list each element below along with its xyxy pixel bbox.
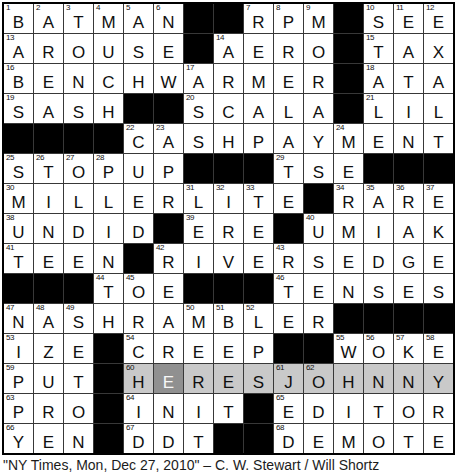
cell-letter: R: [154, 253, 183, 273]
cell-r2c5[interactable]: S: [124, 34, 153, 63]
cell-r3c7[interactable]: 17A: [184, 64, 213, 93]
cell-r13c6[interactable]: E: [154, 364, 183, 393]
cell-letter: E: [274, 193, 303, 213]
cell-r1c5[interactable]: 5A: [124, 4, 153, 33]
cell-r6c1[interactable]: 25S: [4, 154, 33, 183]
cell-letter: A: [34, 103, 63, 123]
cell-r15c12[interactable]: M: [334, 424, 363, 453]
cell-letter: E: [124, 193, 153, 213]
cell-letter: D: [64, 223, 93, 243]
cell-letter: R: [184, 373, 213, 393]
cell-letter: L: [244, 313, 273, 333]
cell-r2c14[interactable]: A: [394, 34, 423, 63]
cell-r15c1[interactable]: 66Y: [4, 424, 33, 453]
cell-letter: R: [424, 403, 453, 423]
cell-r3c8[interactable]: R: [214, 64, 243, 93]
cell-r13c14[interactable]: N: [394, 364, 423, 393]
cell-r9c8[interactable]: V: [214, 244, 243, 273]
cell-r1c13[interactable]: 10S: [364, 4, 393, 33]
cell-r12c7[interactable]: E: [184, 334, 213, 363]
cell-r9c5-block: [124, 244, 153, 273]
cell-r10c6[interactable]: E: [154, 274, 183, 303]
clue-number-31: 31: [186, 183, 194, 193]
cell-r3c5[interactable]: H: [124, 64, 153, 93]
cell-letter: T: [4, 253, 33, 273]
cell-r5c8[interactable]: H: [214, 124, 243, 153]
cell-r9c12[interactable]: E: [334, 244, 363, 273]
cell-r1c6[interactable]: 6N: [154, 4, 183, 33]
cell-r6c5[interactable]: U: [124, 154, 153, 183]
clue-number-27: 27: [66, 153, 74, 163]
cell-r12c3[interactable]: E: [64, 334, 93, 363]
cell-r1c1[interactable]: 1B: [4, 4, 33, 33]
cell-r15c5[interactable]: 67D: [124, 424, 153, 453]
cell-r14c7[interactable]: I: [184, 394, 213, 423]
cell-letter: N: [364, 373, 393, 393]
cell-r4c10[interactable]: L: [274, 94, 303, 123]
cell-letter: R: [334, 193, 363, 213]
cell-r15c14[interactable]: T: [394, 424, 423, 453]
clue-number-23: 23: [156, 123, 164, 133]
cell-letter: M: [304, 13, 333, 33]
cell-letter: R: [394, 193, 423, 213]
cell-r15c15[interactable]: E: [424, 424, 453, 453]
cell-r9c3[interactable]: E: [64, 244, 93, 273]
cell-r11c11[interactable]: R: [304, 304, 333, 333]
cell-letter: A: [304, 103, 333, 123]
cell-r3c15[interactable]: A: [424, 64, 453, 93]
cell-r13c9[interactable]: S: [244, 364, 273, 393]
cell-r1c14[interactable]: 11E: [394, 4, 423, 33]
cell-r11c8[interactable]: 51B: [214, 304, 243, 333]
cell-letter: M: [244, 73, 273, 93]
cell-r11c1[interactable]: 47N: [4, 304, 33, 333]
cell-letter: L: [64, 193, 93, 213]
cell-r13c8[interactable]: E: [214, 364, 243, 393]
cell-r8c8[interactable]: R: [214, 214, 243, 243]
cell-r14c11[interactable]: D: [304, 394, 333, 423]
cell-r10c15[interactable]: S: [424, 274, 453, 303]
cell-letter: D: [154, 433, 183, 453]
cell-r3c13[interactable]: 18A: [364, 64, 393, 93]
cell-r9c9[interactable]: E: [244, 244, 273, 273]
cell-r15c10[interactable]: 68D: [274, 424, 303, 453]
cell-r12c15[interactable]: 58E: [424, 334, 453, 363]
cell-letter: I: [124, 403, 153, 423]
cell-letter: P: [4, 403, 33, 423]
cell-letter: S: [4, 103, 33, 123]
cell-r7c13[interactable]: 35A: [364, 184, 393, 213]
cell-r8c12[interactable]: M: [334, 214, 363, 243]
cell-r1c4[interactable]: 4M: [94, 4, 123, 33]
cell-r11c13-block: [364, 304, 393, 333]
cell-r10c7-block: [184, 274, 213, 303]
cell-r10c1-block: [4, 274, 33, 303]
cell-r9c6[interactable]: 42R: [154, 244, 183, 273]
cell-letter: N: [64, 433, 93, 453]
cell-r3c6[interactable]: W: [154, 64, 183, 93]
clue-number-62: 62: [306, 363, 314, 373]
clue-number-25: 25: [6, 153, 14, 163]
cell-r2c12-block: [334, 34, 363, 63]
clue-number-24: 24: [336, 123, 344, 133]
cell-r7c9[interactable]: 33T: [244, 184, 273, 213]
cell-r2c6[interactable]: E: [154, 34, 183, 63]
cell-r6c4[interactable]: 28P: [94, 154, 123, 183]
cell-r6c8-block: [214, 154, 243, 183]
cell-letter: E: [274, 313, 303, 333]
cell-letter: T: [244, 193, 273, 213]
cell-r8c1[interactable]: 38U: [4, 214, 33, 243]
cell-r4c2[interactable]: A: [34, 94, 63, 123]
cell-r6c13-block: [364, 154, 393, 183]
cell-r2c10[interactable]: R: [274, 34, 303, 63]
cell-r9c10[interactable]: 43R: [274, 244, 303, 273]
cell-letter: E: [394, 283, 423, 303]
clue-number-58: 58: [426, 333, 434, 343]
cell-r4c9[interactable]: A: [244, 94, 273, 123]
cell-r8c11[interactable]: 40U: [304, 214, 333, 243]
cell-r13c12[interactable]: H: [334, 364, 363, 393]
cell-r10c14[interactable]: E: [394, 274, 423, 303]
cell-r7c1[interactable]: 30M: [4, 184, 33, 213]
cell-letter: A: [274, 133, 303, 153]
cell-r12c9[interactable]: P: [244, 334, 273, 363]
cell-letter: E: [424, 193, 453, 213]
cell-r8c2[interactable]: N: [34, 214, 63, 243]
cell-r3c14[interactable]: T: [394, 64, 423, 93]
cell-r6c10[interactable]: 29T: [274, 154, 303, 183]
cell-r1c3[interactable]: 3T: [64, 4, 93, 33]
cell-letter: E: [424, 253, 453, 273]
cell-r4c4[interactable]: H: [94, 94, 123, 123]
cell-r9c2[interactable]: E: [34, 244, 63, 273]
clue-number-44: 44: [96, 273, 104, 283]
cell-r4c14[interactable]: I: [394, 94, 423, 123]
clue-number-54: 54: [126, 333, 134, 343]
cell-r15c3[interactable]: N: [64, 424, 93, 453]
cell-r13c15[interactable]: Y: [424, 364, 453, 393]
cell-r9c11[interactable]: S: [304, 244, 333, 273]
cell-r3c11[interactable]: R: [304, 64, 333, 93]
cell-letter: W: [154, 73, 183, 93]
cell-r8c15[interactable]: K: [424, 214, 453, 243]
cell-letter: B: [4, 13, 33, 33]
clue-number-37: 37: [426, 183, 434, 193]
cell-r10c3-block: [64, 274, 93, 303]
cell-r8c9[interactable]: E: [244, 214, 273, 243]
clue-number-22: 22: [126, 123, 134, 133]
cell-r4c15[interactable]: L: [424, 94, 453, 123]
cell-r14c3[interactable]: O: [64, 394, 93, 423]
cell-r10c9-block: [244, 274, 273, 303]
clue-number-59: 59: [6, 363, 14, 373]
cell-letter: E: [154, 283, 183, 303]
cell-r13c10[interactable]: 61J: [274, 364, 303, 393]
cell-r4c3[interactable]: S: [64, 94, 93, 123]
cell-r12c2[interactable]: Z: [34, 334, 63, 363]
cell-r6c6[interactable]: P: [154, 154, 183, 183]
cell-r12c8[interactable]: E: [214, 334, 243, 363]
cell-letter: E: [304, 283, 333, 303]
cell-r14c14[interactable]: O: [394, 394, 423, 423]
cell-r6c12[interactable]: E: [334, 154, 363, 183]
cell-r5c6[interactable]: 23A: [154, 124, 183, 153]
cell-r2c11[interactable]: O: [304, 34, 333, 63]
cell-letter: G: [394, 253, 423, 273]
cell-r2c8[interactable]: 14A: [214, 34, 243, 63]
cell-r9c14[interactable]: G: [394, 244, 423, 273]
cell-r12c12[interactable]: 55W: [334, 334, 363, 363]
cell-r5c15[interactable]: T: [424, 124, 453, 153]
cell-r11c5[interactable]: R: [124, 304, 153, 333]
cell-r5c10[interactable]: A: [274, 124, 303, 153]
cell-r3c3[interactable]: N: [64, 64, 93, 93]
clue-number-49: 49: [66, 303, 74, 313]
cell-r15c11[interactable]: E: [304, 424, 333, 453]
clue-number-60: 60: [126, 363, 134, 373]
cell-r12c11-block: [304, 334, 333, 363]
cell-r14c10[interactable]: 65E: [274, 394, 303, 423]
cell-r10c4[interactable]: 44T: [94, 274, 123, 303]
cell-r12c6[interactable]: R: [154, 334, 183, 363]
cell-r7c4[interactable]: L: [94, 184, 123, 213]
cell-r1c8-block: [214, 4, 243, 33]
cell-letter: B: [4, 73, 33, 93]
cell-r7c5[interactable]: E: [124, 184, 153, 213]
cell-r11c4[interactable]: H: [94, 304, 123, 333]
cell-r1c15[interactable]: 12E: [424, 4, 453, 33]
cell-letter: A: [394, 223, 423, 243]
cell-r10c11[interactable]: E: [304, 274, 333, 303]
cell-r5c11[interactable]: Y: [304, 124, 333, 153]
cell-r9c7[interactable]: I: [184, 244, 213, 273]
cell-r1c2[interactable]: 2A: [34, 4, 63, 33]
cell-r11c10[interactable]: E: [274, 304, 303, 333]
cell-r6c14-block: [394, 154, 423, 183]
cell-r3c2[interactable]: E: [34, 64, 63, 93]
cell-r14c5[interactable]: 64I: [124, 394, 153, 423]
clue-number-57: 57: [396, 333, 404, 343]
cell-letter: O: [64, 403, 93, 423]
cell-r8c7[interactable]: 39E: [184, 214, 213, 243]
cell-letter: S: [64, 313, 93, 333]
cell-r8c4[interactable]: I: [94, 214, 123, 243]
cell-letter: S: [364, 13, 393, 33]
cell-r6c3[interactable]: 27O: [64, 154, 93, 183]
cell-r7c15[interactable]: 37E: [424, 184, 453, 213]
cell-r12c1[interactable]: 53I: [4, 334, 33, 363]
cell-r6c15-block: [424, 154, 453, 183]
cell-r3c1[interactable]: 16B: [4, 64, 33, 93]
cell-r7c3[interactable]: L: [64, 184, 93, 213]
cell-letter: N: [154, 13, 183, 33]
clue-number-47: 47: [6, 303, 14, 313]
cell-r8c6-block: [154, 214, 183, 243]
cell-r5c5[interactable]: 22C: [124, 124, 153, 153]
clue-number-66: 66: [6, 423, 14, 433]
cell-r14c15[interactable]: R: [424, 394, 453, 423]
clue-number-67: 67: [126, 423, 134, 433]
cell-r15c13[interactable]: O: [364, 424, 393, 453]
cell-r2c2[interactable]: R: [34, 34, 63, 63]
cell-r13c1[interactable]: 59P: [4, 364, 33, 393]
cell-r12c13[interactable]: 56O: [364, 334, 393, 363]
cell-r3c10[interactable]: E: [274, 64, 303, 93]
cell-letter: E: [154, 373, 183, 393]
cell-letter: E: [64, 343, 93, 363]
cell-r3c4[interactable]: C: [94, 64, 123, 93]
cell-r3c9[interactable]: M: [244, 64, 273, 93]
cell-letter: E: [154, 43, 183, 63]
cell-r13c11[interactable]: 62O: [304, 364, 333, 393]
cell-r11c6[interactable]: A: [154, 304, 183, 333]
cell-r9c1[interactable]: 41T: [4, 244, 33, 273]
cell-r12c5[interactable]: 54C: [124, 334, 153, 363]
cell-r10c5[interactable]: 45O: [124, 274, 153, 303]
cell-r7c8[interactable]: 32I: [214, 184, 243, 213]
cell-letter: A: [34, 313, 63, 333]
cell-r14c2[interactable]: R: [34, 394, 63, 423]
cell-r7c10[interactable]: E: [274, 184, 303, 213]
cell-r4c8[interactable]: C: [214, 94, 243, 123]
cell-letter: R: [304, 313, 333, 333]
cell-r13c13[interactable]: N: [364, 364, 393, 393]
cell-r5c14[interactable]: N: [394, 124, 423, 153]
clue-number-13: 13: [6, 33, 14, 43]
cell-r15c6[interactable]: D: [154, 424, 183, 453]
cell-letter: E: [244, 253, 273, 273]
clue-number-1: 1: [6, 3, 10, 13]
cell-r8c3[interactable]: D: [64, 214, 93, 243]
clue-number-50: 50: [186, 303, 194, 313]
cell-letter: S: [4, 163, 33, 183]
cell-letter: P: [244, 343, 273, 363]
cell-r2c9[interactable]: E: [244, 34, 273, 63]
cell-letter: A: [34, 13, 63, 33]
cell-r4c11[interactable]: A: [304, 94, 333, 123]
cell-r1c11[interactable]: 9M: [304, 4, 333, 33]
cell-r6c11[interactable]: S: [304, 154, 333, 183]
cell-r7c6[interactable]: R: [154, 184, 183, 213]
cell-r11c2[interactable]: 48A: [34, 304, 63, 333]
cell-r13c7[interactable]: R: [184, 364, 213, 393]
cell-r2c13[interactable]: 15T: [364, 34, 393, 63]
cell-letter: E: [64, 253, 93, 273]
crossword-grid: 1B2A3T4M5A6N7R8P9M10S11E12E13AROUSE14AER…: [2, 2, 455, 455]
cell-r1c9[interactable]: 7R: [244, 4, 273, 33]
cell-letter: E: [364, 133, 393, 153]
cell-letter: E: [424, 343, 453, 363]
cell-r9c15[interactable]: E: [424, 244, 453, 273]
cell-r13c5[interactable]: 60H: [124, 364, 153, 393]
cell-r5c7[interactable]: S: [184, 124, 213, 153]
cell-letter: T: [394, 433, 423, 453]
clue-number-15: 15: [366, 33, 374, 43]
cell-letter: I: [214, 193, 243, 213]
cell-letter: S: [244, 373, 273, 393]
cell-r11c3[interactable]: 49S: [64, 304, 93, 333]
cell-r14c8[interactable]: T: [214, 394, 243, 423]
cell-r1c10[interactable]: 8P: [274, 4, 303, 33]
cell-letter: A: [424, 73, 453, 93]
cell-r14c13[interactable]: T: [364, 394, 393, 423]
cell-letter: Y: [4, 433, 33, 453]
cell-letter: O: [64, 43, 93, 63]
cell-letter: T: [34, 163, 63, 183]
cell-letter: V: [214, 253, 243, 273]
cell-r14c1[interactable]: 63P: [4, 394, 33, 423]
cell-r10c10[interactable]: 46T: [274, 274, 303, 303]
cell-r7c14[interactable]: 36R: [394, 184, 423, 213]
cell-r2c3[interactable]: O: [64, 34, 93, 63]
cell-r5c13[interactable]: E: [364, 124, 393, 153]
cell-r12c14[interactable]: 57K: [394, 334, 423, 363]
cell-letter: O: [394, 403, 423, 423]
cell-r4c1[interactable]: 19S: [4, 94, 33, 123]
cell-r2c4[interactable]: U: [94, 34, 123, 63]
cell-r5c12[interactable]: 24M: [334, 124, 363, 153]
cell-letter: T: [214, 403, 243, 423]
cell-letter: E: [424, 433, 453, 453]
cell-r10c13[interactable]: S: [364, 274, 393, 303]
cell-letter: T: [364, 403, 393, 423]
cell-letter: U: [4, 223, 33, 243]
crossword-page: 1B2A3T4M5A6N7R8P9M10S11E12E13AROUSE14AER…: [0, 0, 459, 476]
cell-r4c13[interactable]: 21L: [364, 94, 393, 123]
cell-r8c5[interactable]: D: [124, 214, 153, 243]
cell-letter: N: [94, 253, 123, 273]
cell-letter: C: [94, 73, 123, 93]
cell-letter: E: [34, 253, 63, 273]
cell-r9c4[interactable]: N: [94, 244, 123, 273]
cell-r14c12[interactable]: I: [334, 394, 363, 423]
cell-letter: E: [394, 13, 423, 33]
cell-r11c7[interactable]: 50M: [184, 304, 213, 333]
cell-r14c6[interactable]: N: [154, 394, 183, 423]
cell-letter: E: [304, 433, 333, 453]
cell-r9c13[interactable]: D: [364, 244, 393, 273]
cell-r10c12[interactable]: N: [334, 274, 363, 303]
cell-letter: X: [424, 43, 453, 63]
cell-r2c15[interactable]: X: [424, 34, 453, 63]
cell-r15c7[interactable]: T: [184, 424, 213, 453]
cell-r7c2[interactable]: I: [34, 184, 63, 213]
cell-r6c2[interactable]: 26T: [34, 154, 63, 183]
cell-r14c4-block: [94, 394, 123, 423]
cell-r11c12-block: [334, 304, 363, 333]
cell-r4c5-block: [124, 94, 153, 123]
cell-r8c14[interactable]: A: [394, 214, 423, 243]
cell-letter: T: [64, 13, 93, 33]
cell-r13c3[interactable]: T: [64, 364, 93, 393]
cell-letter: M: [334, 223, 363, 243]
cell-letter: P: [4, 373, 33, 393]
cell-r15c2[interactable]: E: [34, 424, 63, 453]
cell-letter: R: [304, 73, 333, 93]
cell-r7c12[interactable]: 34R: [334, 184, 363, 213]
cell-r13c2[interactable]: U: [34, 364, 63, 393]
cell-letter: Y: [304, 133, 333, 153]
cell-r4c7[interactable]: 20S: [184, 94, 213, 123]
cell-r2c1[interactable]: 13A: [4, 34, 33, 63]
cell-r11c9[interactable]: 52L: [244, 304, 273, 333]
cell-r5c9[interactable]: P: [244, 124, 273, 153]
clue-number-65: 65: [276, 393, 284, 403]
cell-r7c7[interactable]: 31L: [184, 184, 213, 213]
cell-letter: I: [94, 223, 123, 243]
cell-r8c13[interactable]: I: [364, 214, 393, 243]
